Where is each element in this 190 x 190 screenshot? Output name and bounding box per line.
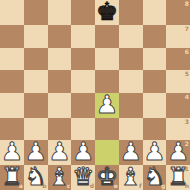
square-d5[interactable] — [71, 70, 95, 93]
rank-label-7: 7 — [185, 26, 189, 32]
square-c6[interactable] — [48, 48, 72, 71]
square-b7[interactable] — [24, 25, 48, 48]
square-h6[interactable]: 6 — [166, 48, 190, 71]
rank-label-5: 5 — [185, 71, 189, 77]
rank-label-8: 8 — [185, 1, 189, 7]
white-king[interactable]: ♚ — [96, 164, 118, 189]
square-c5[interactable] — [48, 70, 72, 93]
square-g7[interactable] — [143, 25, 167, 48]
square-e7[interactable] — [95, 25, 119, 48]
square-f5[interactable] — [119, 70, 143, 93]
white-bishop[interactable]: ♝ — [119, 164, 141, 189]
white-knight[interactable]: ♞ — [143, 164, 165, 189]
square-f6[interactable] — [119, 48, 143, 71]
square-f8[interactable] — [119, 0, 143, 25]
white-pawn[interactable]: ♟ — [72, 139, 94, 164]
rank-label-6: 6 — [185, 49, 189, 55]
white-bishop[interactable]: ♝ — [48, 164, 70, 189]
square-e6[interactable] — [95, 48, 119, 71]
square-e8[interactable]: ♚ — [95, 0, 119, 25]
square-a4[interactable] — [0, 93, 24, 118]
square-e1[interactable]: ♚e — [95, 165, 119, 190]
square-e3[interactable] — [95, 118, 119, 141]
white-queen[interactable]: ♛ — [72, 164, 94, 189]
square-d8[interactable] — [71, 0, 95, 25]
rank-label-3: 3 — [185, 119, 189, 125]
square-h4[interactable]: 4 — [166, 93, 190, 118]
white-knight[interactable]: ♞ — [24, 164, 46, 189]
square-g1[interactable]: ♞g — [143, 165, 167, 190]
square-h8[interactable]: 8 — [166, 0, 190, 25]
square-a7[interactable] — [0, 25, 24, 48]
square-d1[interactable]: ♛d — [71, 165, 95, 190]
square-f4[interactable] — [119, 93, 143, 118]
square-h7[interactable]: 7 — [166, 25, 190, 48]
rank-label-4: 4 — [185, 94, 189, 100]
square-d4[interactable] — [71, 93, 95, 118]
square-a8[interactable] — [0, 0, 24, 25]
square-c7[interactable] — [48, 25, 72, 48]
square-c4[interactable] — [48, 93, 72, 118]
square-h1[interactable]: ♜1h — [166, 165, 190, 190]
square-d7[interactable] — [71, 25, 95, 48]
square-d6[interactable] — [71, 48, 95, 71]
chess-board: ♚8765♟43♟♟♟♟♟♟♟2♜a♞b♝c♛d♚e♝f♞g♜1h — [0, 0, 190, 190]
square-b8[interactable] — [24, 0, 48, 25]
square-h5[interactable]: 5 — [166, 70, 190, 93]
square-g5[interactable] — [143, 70, 167, 93]
square-g8[interactable] — [143, 0, 167, 25]
square-g6[interactable] — [143, 48, 167, 71]
square-g4[interactable] — [143, 93, 167, 118]
black-king[interactable]: ♚ — [96, 0, 118, 24]
square-e4[interactable]: ♟ — [95, 93, 119, 118]
square-b4[interactable] — [24, 93, 48, 118]
white-pawn[interactable]: ♟ — [96, 92, 118, 117]
square-a5[interactable] — [0, 70, 24, 93]
white-rook[interactable]: ♜ — [167, 164, 189, 189]
square-c1[interactable]: ♝c — [48, 165, 72, 190]
square-f1[interactable]: ♝f — [119, 165, 143, 190]
square-b1[interactable]: ♞b — [24, 165, 48, 190]
square-a6[interactable] — [0, 48, 24, 71]
white-pawn[interactable]: ♟ — [24, 139, 46, 164]
square-b6[interactable] — [24, 48, 48, 71]
square-f7[interactable] — [119, 25, 143, 48]
white-rook[interactable]: ♜ — [1, 164, 23, 189]
white-pawn[interactable]: ♟ — [119, 139, 141, 164]
white-pawn[interactable]: ♟ — [143, 139, 165, 164]
square-b5[interactable] — [24, 70, 48, 93]
square-c8[interactable] — [48, 0, 72, 25]
white-pawn[interactable]: ♟ — [1, 139, 23, 164]
white-pawn[interactable]: ♟ — [167, 139, 189, 164]
white-pawn[interactable]: ♟ — [48, 139, 70, 164]
square-a1[interactable]: ♜a — [0, 165, 24, 190]
